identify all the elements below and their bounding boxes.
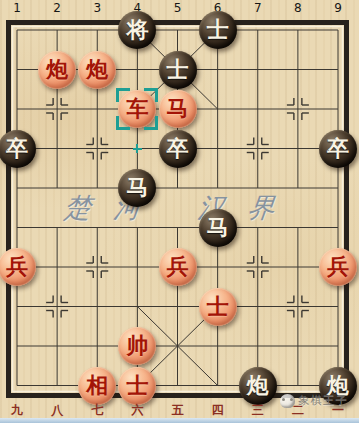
- piece-red-advisor[interactable]: 士: [199, 288, 237, 326]
- piece-black-soldier[interactable]: 卒: [159, 130, 197, 168]
- piece-red-soldier[interactable]: 兵: [159, 248, 197, 286]
- file-label-bottom-2: 八: [46, 402, 68, 419]
- piece-red-advisor[interactable]: 士: [118, 367, 156, 405]
- piece-black-advisor[interactable]: 士: [159, 51, 197, 89]
- file-label-bottom-7: 三: [247, 402, 269, 419]
- piece-black-soldier[interactable]: 卒: [0, 130, 36, 168]
- piece-red-horse[interactable]: 马: [159, 90, 197, 128]
- file-label-bottom-1: 九: [6, 402, 28, 419]
- piece-black-advisor[interactable]: 士: [199, 11, 237, 49]
- watermark-text: 象棋王子: [298, 393, 348, 408]
- file-label-bottom-3: 七: [86, 402, 108, 419]
- piece-red-cannon[interactable]: 炮: [38, 51, 76, 89]
- bottom-strip: [0, 418, 359, 423]
- piece-red-soldier[interactable]: 兵: [319, 248, 357, 286]
- piece-black-horse[interactable]: 马: [199, 209, 237, 247]
- piece-red-cannon[interactable]: 炮: [78, 51, 116, 89]
- file-label-bottom-4: 六: [126, 402, 148, 419]
- watermark-logo-icon: [280, 394, 295, 408]
- file-label-bottom-6: 四: [207, 402, 229, 419]
- piece-red-elephant[interactable]: 相: [78, 367, 116, 405]
- xiangqi-board-app: 123456789 楚 河 汉 界 将士士炮炮车马卒卒卒马马兵兵兵士帅相士炮炮 …: [0, 0, 359, 423]
- piece-black-cannon[interactable]: 炮: [239, 367, 277, 405]
- watermark: 象棋王子: [280, 393, 348, 408]
- file-label-bottom-5: 五: [167, 402, 189, 419]
- piece-black-soldier[interactable]: 卒: [319, 130, 357, 168]
